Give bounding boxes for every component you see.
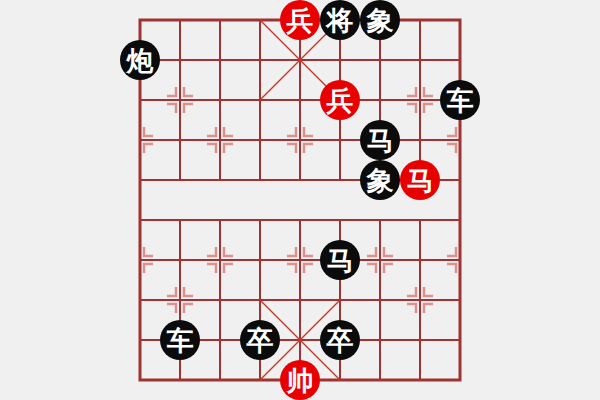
- piece-black-elephant[interactable]: 象: [360, 160, 400, 200]
- piece-black-soldier[interactable]: 卒: [240, 320, 280, 360]
- piece-black-elephant[interactable]: 象: [360, 0, 400, 40]
- piece-black-chariot[interactable]: 车: [440, 80, 480, 120]
- piece-black-horse[interactable]: 马: [320, 240, 360, 280]
- piece-red-soldier[interactable]: 兵: [280, 0, 320, 40]
- piece-black-general[interactable]: 将: [320, 0, 360, 40]
- piece-black-chariot[interactable]: 车: [160, 320, 200, 360]
- xiangqi-board: 兵将象炮兵车马象马马车卒卒帅: [120, 0, 480, 400]
- piece-red-general[interactable]: 帅: [280, 360, 320, 400]
- piece-black-cannon[interactable]: 炮: [120, 40, 160, 80]
- piece-black-soldier[interactable]: 卒: [320, 320, 360, 360]
- piece-black-horse[interactable]: 马: [360, 120, 400, 160]
- piece-red-horse[interactable]: 马: [400, 160, 440, 200]
- piece-red-soldier[interactable]: 兵: [320, 80, 360, 120]
- xiangqi-screen: 兵将象炮兵车马象马马车卒卒帅: [0, 0, 600, 400]
